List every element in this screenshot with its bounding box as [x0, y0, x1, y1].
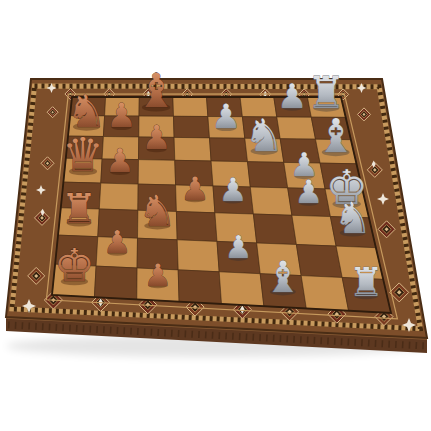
square-c4[interactable]	[174, 137, 211, 161]
piece-black-pawn-e5[interactable]: ♟	[218, 171, 247, 209]
piece-white-pawn-b2[interactable]: ♟	[106, 96, 136, 135]
square-f7[interactable]	[292, 215, 336, 246]
piece-black-knight-c6[interactable]: ♞	[244, 109, 284, 162]
piece-white-knight-f3[interactable]: ♞	[138, 186, 177, 236]
square-g4[interactable]	[177, 240, 219, 272]
square-b4[interactable]	[174, 116, 210, 138]
square-e6[interactable]	[250, 187, 292, 215]
piece-white-pawn-d2[interactable]: ♟	[105, 142, 134, 180]
piece-white-pawn-c3[interactable]: ♟	[142, 118, 172, 157]
piece-white-rook-f1[interactable]: ♜	[61, 185, 98, 233]
square-h2[interactable]	[94, 266, 137, 299]
square-f6[interactable]	[253, 214, 296, 245]
chess-set-photo: ♝♟♜♞♟♟♟♞♝♛♟♟♟♟♟♚♜♞♞♟♟♚♟♝♜	[0, 0, 431, 431]
square-h5[interactable]	[219, 272, 264, 307]
square-h7[interactable]	[301, 276, 348, 311]
piece-white-pawn-g2[interactable]: ♟	[103, 224, 131, 260]
square-c5[interactable]	[210, 138, 248, 162]
piece-black-pawn-e7[interactable]: ♟	[294, 173, 323, 211]
square-d6[interactable]	[248, 162, 288, 188]
piece-black-pawn-b5[interactable]: ♟	[211, 97, 241, 136]
piece-black-rook-h8[interactable]: ♜	[348, 259, 384, 305]
piece-white-pawn-e4[interactable]: ♟	[180, 170, 209, 208]
piece-black-knight-f8[interactable]: ♞	[333, 193, 372, 243]
piece-black-bishop-c8[interactable]: ♝	[315, 109, 357, 163]
square-d3[interactable]	[138, 160, 175, 185]
chess-board: ♝♟♜♞♟♟♟♞♝♛♟♟♟♟♟♚♜♞♞♟♟♚♟♝♜	[0, 0, 431, 431]
square-a4[interactable]	[173, 97, 208, 117]
piece-white-pawn-h3[interactable]: ♟	[144, 257, 172, 293]
square-g7[interactable]	[296, 245, 342, 278]
square-e2[interactable]	[99, 183, 138, 210]
piece-white-bishop-a3[interactable]: ♝	[135, 63, 177, 118]
square-h4[interactable]	[178, 270, 221, 304]
square-f4[interactable]	[176, 212, 217, 242]
piece-black-bishop-h6[interactable]: ♝	[264, 252, 303, 302]
piece-white-queen-d1[interactable]: ♛	[62, 128, 104, 182]
piece-black-pawn-g5[interactable]: ♟	[224, 229, 252, 265]
piece-white-king-h1[interactable]: ♚	[54, 239, 95, 292]
